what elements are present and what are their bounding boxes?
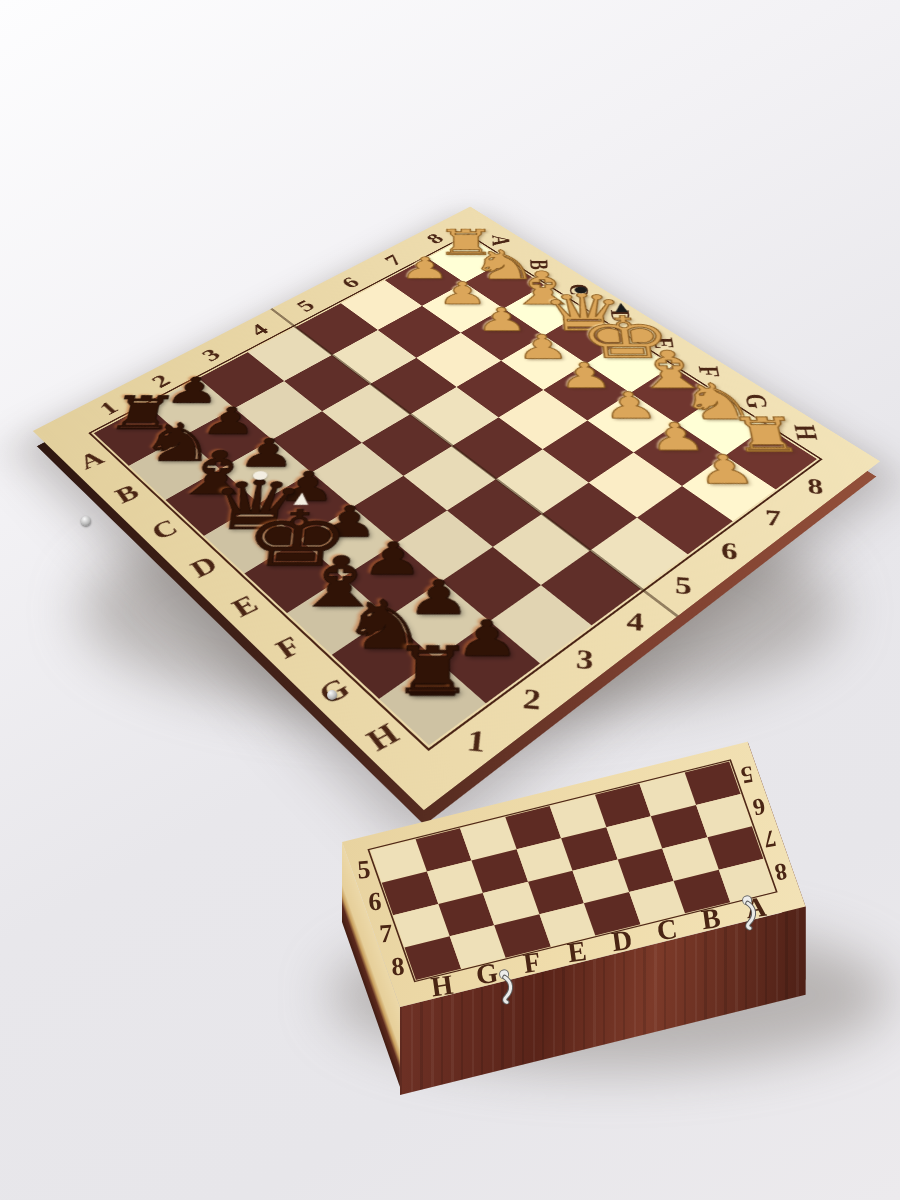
square-h5[interactable] xyxy=(590,518,688,589)
rank-label-bottom-8: 8 xyxy=(806,475,824,498)
file-label-left-F: F xyxy=(271,632,306,663)
rank-label-top-3: 3 xyxy=(197,345,225,364)
box-file-label-F: F xyxy=(522,948,543,978)
box-file-label-H: H xyxy=(430,970,455,1001)
file-label-left-D: D xyxy=(186,552,222,582)
square-g2[interactable] xyxy=(388,581,490,659)
square-g4[interactable] xyxy=(493,514,590,585)
square-h3[interactable] xyxy=(490,585,592,663)
square-g5[interactable] xyxy=(542,483,637,551)
square-g1[interactable] xyxy=(332,617,436,699)
square-h1[interactable] xyxy=(379,659,486,745)
rank-label-bottom-7: 7 xyxy=(765,506,783,530)
square-g3[interactable] xyxy=(442,547,541,621)
queen-finial-ball xyxy=(252,471,267,480)
rank-label-top-6: 6 xyxy=(337,274,364,291)
chess-set-product-photo: 1122334455667788AABBCCDDEEFFGGHH ♜♞♟♝♟♛♟… xyxy=(0,0,900,1200)
queen-finial-ball xyxy=(574,287,587,294)
rank-label-bottom-6: 6 xyxy=(721,539,738,564)
box-rank-label-left-6: 6 xyxy=(368,889,383,916)
file-label-left-A: A xyxy=(75,447,108,473)
box-rank-label-left-5: 5 xyxy=(356,856,371,883)
open-chess-board: 1122334455667788AABBCCDDEEFFGGHH ♜♞♟♝♟♛♟… xyxy=(33,207,880,811)
rank-label-bottom-4: 4 xyxy=(627,608,644,635)
box-file-label-C: C xyxy=(655,915,679,946)
king-finial-cone xyxy=(614,303,628,312)
file-label-left-E: E xyxy=(227,591,263,622)
file-label-left-B: B xyxy=(111,481,143,507)
square-h6[interactable] xyxy=(637,486,733,554)
file-label-left-H: H xyxy=(361,718,404,756)
hinge-screw xyxy=(327,690,337,700)
box-file-label-D: D xyxy=(610,926,634,957)
square-f1[interactable] xyxy=(287,577,388,654)
square-h2[interactable] xyxy=(436,621,540,703)
file-label-left-C: C xyxy=(147,515,182,543)
box-rank-label-left-7: 7 xyxy=(379,921,394,948)
box-rank-label-left-8: 8 xyxy=(390,953,405,980)
square-f4[interactable] xyxy=(447,479,542,547)
rank-label-top-5: 5 xyxy=(292,297,319,315)
square-f2[interactable] xyxy=(343,543,442,617)
hinge-screw xyxy=(81,516,91,526)
rank-label-bottom-2: 2 xyxy=(522,684,542,714)
square-h4[interactable] xyxy=(541,551,641,626)
square-e1[interactable] xyxy=(244,539,342,613)
rank-label-bottom-5: 5 xyxy=(675,573,692,599)
square-f5[interactable] xyxy=(496,449,589,514)
square-e3[interactable] xyxy=(353,476,447,543)
square-e4[interactable] xyxy=(403,446,495,510)
rank-label-bottom-1: 1 xyxy=(466,725,487,756)
box-file-label-E: E xyxy=(566,937,588,967)
rank-label-bottom-3: 3 xyxy=(576,645,595,673)
king-finial-cone xyxy=(294,493,310,505)
rank-label-top-4: 4 xyxy=(245,321,273,340)
square-f3[interactable] xyxy=(396,510,493,581)
